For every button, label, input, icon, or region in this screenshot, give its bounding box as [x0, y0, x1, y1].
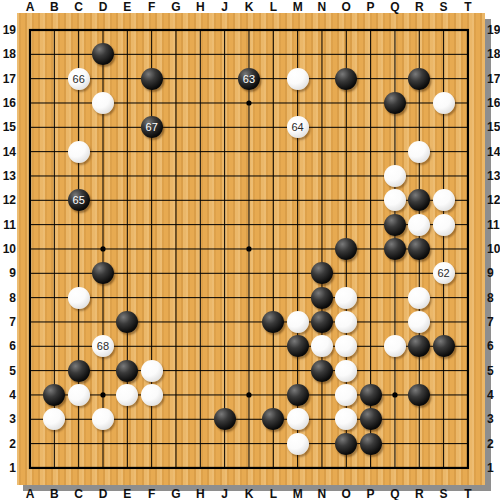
coord-label-top-M: M: [293, 0, 303, 14]
coord-label-right-18: 18: [487, 47, 500, 61]
star-point: [246, 100, 251, 105]
stone-black-C5: [68, 360, 90, 382]
coord-label-left-1: 1: [9, 461, 16, 475]
coord-label-left-10: 10: [3, 242, 16, 256]
move-number-63: 63: [243, 68, 255, 90]
coord-label-top-T: T: [464, 0, 471, 14]
coord-label-left-3: 3: [9, 412, 16, 426]
coord-label-top-J: J: [221, 0, 228, 14]
stone-white-C17: 66: [68, 68, 90, 90]
go-board[interactable]: 66636764656268: [17, 13, 485, 485]
coord-label-right-2: 2: [487, 437, 494, 451]
coord-label-left-8: 8: [9, 291, 16, 305]
coord-label-right-13: 13: [487, 169, 500, 183]
stone-black-M4: [287, 384, 309, 406]
stone-black-Q16: [384, 92, 406, 114]
move-number-62: 62: [437, 262, 449, 284]
coord-label-left-18: 18: [3, 47, 16, 61]
move-number-67: 67: [146, 116, 158, 138]
coord-label-right-4: 4: [487, 388, 494, 402]
move-number-68: 68: [97, 335, 109, 357]
coord-label-left-7: 7: [9, 315, 16, 329]
coord-label-right-7: 7: [487, 315, 494, 329]
stone-black-N8: [311, 287, 333, 309]
coord-label-left-17: 17: [3, 72, 16, 86]
star-point: [246, 246, 251, 251]
coord-label-top-K: K: [245, 0, 254, 14]
coord-label-bottom-A: A: [26, 487, 35, 500]
stone-white-R11: [408, 214, 430, 236]
coord-label-left-9: 9: [9, 266, 16, 280]
coord-label-bottom-O: O: [342, 487, 351, 500]
star-point: [100, 246, 105, 251]
go-game-screenshot: 66636764656268 AABBCCDDEEFFGGHHJJKKLLMMN…: [0, 0, 500, 500]
move-number-65: 65: [73, 189, 85, 211]
coord-label-top-G: G: [171, 0, 180, 14]
coord-label-left-16: 16: [3, 96, 16, 110]
move-number-66: 66: [73, 68, 85, 90]
coord-label-bottom-R: R: [415, 487, 424, 500]
stone-white-M7: [287, 311, 309, 333]
coord-label-top-H: H: [196, 0, 205, 14]
stone-white-O8: [335, 287, 357, 309]
stone-black-F17: [141, 68, 163, 90]
coord-label-right-10: 10: [487, 242, 500, 256]
stone-white-R14: [408, 141, 430, 163]
coord-label-left-5: 5: [9, 364, 16, 378]
coord-label-bottom-B: B: [50, 487, 59, 500]
coord-label-left-13: 13: [3, 169, 16, 183]
stone-black-E5: [116, 360, 138, 382]
stone-black-O17: [335, 68, 357, 90]
coord-label-left-12: 12: [3, 193, 16, 207]
coord-label-top-N: N: [318, 0, 327, 14]
coord-label-bottom-L: L: [270, 487, 277, 500]
stone-black-O2: [335, 433, 357, 455]
coord-label-bottom-G: G: [171, 487, 180, 500]
stone-black-P2: [360, 433, 382, 455]
stone-white-F4: [141, 384, 163, 406]
coord-label-right-3: 3: [487, 412, 494, 426]
star-point: [246, 392, 251, 397]
star-point: [100, 392, 105, 397]
coord-label-left-6: 6: [9, 339, 16, 353]
stone-black-Q10: [384, 238, 406, 260]
stone-white-M17: [287, 68, 309, 90]
coord-label-bottom-N: N: [318, 487, 327, 500]
stone-black-P3: [360, 408, 382, 430]
coord-label-bottom-J: J: [221, 487, 228, 500]
coord-label-bottom-F: F: [148, 487, 155, 500]
stone-white-R8: [408, 287, 430, 309]
coord-label-top-S: S: [440, 0, 448, 14]
stone-black-N7: [311, 311, 333, 333]
coord-label-left-19: 19: [3, 23, 16, 37]
coord-label-left-4: 4: [9, 388, 16, 402]
coord-label-bottom-M: M: [293, 487, 303, 500]
stone-black-R17: [408, 68, 430, 90]
coord-label-right-15: 15: [487, 120, 500, 134]
coord-label-bottom-H: H: [196, 487, 205, 500]
coord-label-top-E: E: [123, 0, 131, 14]
stone-white-Q13: [384, 165, 406, 187]
coord-label-bottom-C: C: [74, 487, 83, 500]
coord-label-top-P: P: [367, 0, 375, 14]
coord-label-top-B: B: [50, 0, 59, 14]
coord-label-right-12: 12: [487, 193, 500, 207]
stone-black-C12: 65: [68, 189, 90, 211]
stone-white-C8: [68, 287, 90, 309]
stone-white-O5: [335, 360, 357, 382]
coord-label-bottom-S: S: [440, 487, 448, 500]
stone-black-S6: [433, 335, 455, 357]
stone-black-J3: [214, 408, 236, 430]
stone-black-F15: 67: [141, 116, 163, 138]
stone-white-M2: [287, 433, 309, 455]
stone-white-S9: 62: [433, 262, 455, 284]
coord-label-right-1: 1: [487, 461, 494, 475]
stone-white-F5: [141, 360, 163, 382]
move-number-64: 64: [292, 116, 304, 138]
coord-label-left-11: 11: [3, 218, 16, 232]
stone-black-N5: [311, 360, 333, 382]
stone-white-M3: [287, 408, 309, 430]
coord-label-bottom-Q: Q: [390, 487, 399, 500]
coord-label-right-19: 19: [487, 23, 500, 37]
coord-label-right-16: 16: [487, 96, 500, 110]
stone-black-P4: [360, 384, 382, 406]
stone-white-M15: 64: [287, 116, 309, 138]
coord-label-bottom-K: K: [245, 487, 254, 500]
coord-label-top-A: A: [26, 0, 35, 14]
coord-label-right-6: 6: [487, 339, 494, 353]
stone-black-K17: 63: [238, 68, 260, 90]
stone-white-S16: [433, 92, 455, 114]
coord-label-right-8: 8: [487, 291, 494, 305]
stone-white-C4: [68, 384, 90, 406]
coord-label-right-9: 9: [487, 266, 494, 280]
coord-label-right-5: 5: [487, 364, 494, 378]
coord-label-right-17: 17: [487, 72, 500, 86]
coord-label-top-D: D: [99, 0, 108, 14]
coord-label-right-14: 14: [487, 145, 500, 159]
coord-label-bottom-T: T: [464, 487, 471, 500]
coord-label-top-F: F: [148, 0, 155, 14]
stone-white-S12: [433, 189, 455, 211]
coord-label-bottom-P: P: [367, 487, 375, 500]
coord-label-left-2: 2: [9, 437, 16, 451]
coord-label-top-Q: Q: [390, 0, 399, 14]
coord-label-right-11: 11: [487, 218, 500, 232]
coord-label-bottom-D: D: [99, 487, 108, 500]
star-point: [392, 392, 397, 397]
stone-white-S11: [433, 214, 455, 236]
stone-black-M6: [287, 335, 309, 357]
coord-label-bottom-E: E: [123, 487, 131, 500]
coord-label-left-15: 15: [3, 120, 16, 134]
stone-white-D16: [92, 92, 114, 114]
coord-label-left-14: 14: [3, 145, 16, 159]
stone-white-C14: [68, 141, 90, 163]
stone-black-Q11: [384, 214, 406, 236]
coord-label-top-O: O: [342, 0, 351, 14]
coord-label-top-R: R: [415, 0, 424, 14]
coord-label-top-C: C: [74, 0, 83, 14]
coord-label-top-L: L: [270, 0, 277, 14]
